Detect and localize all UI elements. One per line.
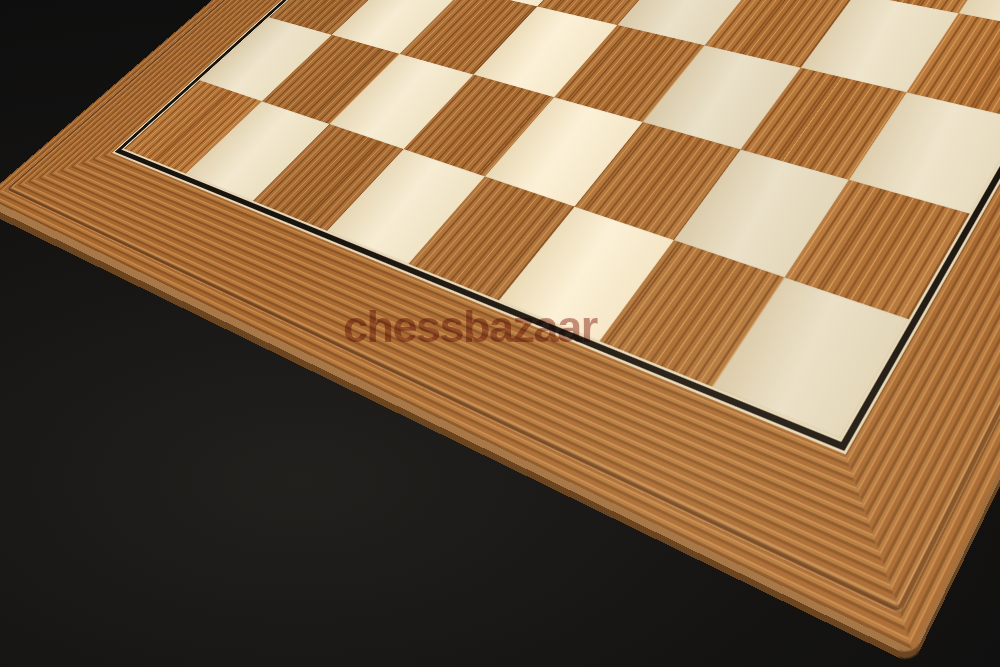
chess-board bbox=[0, 0, 1000, 650]
photo-stage: chessbazaar bbox=[0, 0, 1000, 667]
